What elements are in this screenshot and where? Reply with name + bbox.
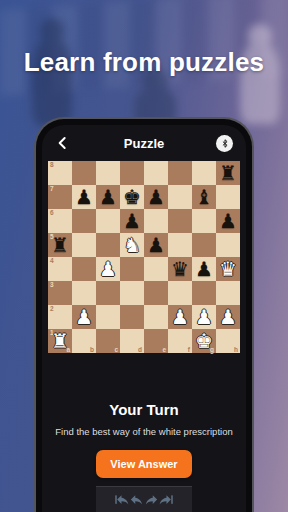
square-h4[interactable]: ♛: [216, 257, 240, 281]
app-screen: Puzzle 8♜7♟♟♚♟♝6♟♟5♜♞♟4♟♛♟♛32♟♟♟♟1a♜bcde…: [42, 125, 246, 512]
black-pawn[interactable]: ♟: [96, 185, 120, 209]
square-d2[interactable]: [120, 305, 144, 329]
black-pawn[interactable]: ♟: [144, 233, 168, 257]
white-pawn[interactable]: ♟: [216, 305, 240, 329]
square-d1[interactable]: d: [120, 329, 144, 353]
square-c8[interactable]: [96, 161, 120, 185]
white-pawn[interactable]: ♟: [168, 305, 192, 329]
status-subtitle: Find the best way of the white prescript…: [45, 426, 242, 437]
square-h3[interactable]: [216, 281, 240, 305]
square-e5[interactable]: ♟: [144, 233, 168, 257]
black-pawn[interactable]: ♟: [192, 257, 216, 281]
step-back-icon: [129, 492, 144, 507]
square-d3[interactable]: [120, 281, 144, 305]
file-label: d: [138, 346, 142, 353]
square-b2[interactable]: ♟: [72, 305, 96, 329]
step-back-button[interactable]: [129, 492, 144, 507]
square-d8[interactable]: [120, 161, 144, 185]
square-e1[interactable]: e: [144, 329, 168, 353]
square-h5[interactable]: [216, 233, 240, 257]
square-g4[interactable]: ♟: [192, 257, 216, 281]
square-b6[interactable]: [72, 209, 96, 233]
white-pawn[interactable]: ♟: [96, 257, 120, 281]
white-king[interactable]: ♚: [192, 329, 216, 353]
square-g2[interactable]: ♟: [192, 305, 216, 329]
square-d7[interactable]: ♚: [120, 185, 144, 209]
file-label: b: [90, 346, 94, 353]
square-a4[interactable]: 4: [48, 257, 72, 281]
rank-label: 7: [50, 185, 54, 192]
square-b4[interactable]: [72, 257, 96, 281]
square-a3[interactable]: 3: [48, 281, 72, 305]
square-e2[interactable]: [144, 305, 168, 329]
square-a1[interactable]: 1a♜: [48, 329, 72, 353]
square-d5[interactable]: ♞: [120, 233, 144, 257]
square-c2[interactable]: [96, 305, 120, 329]
square-b7[interactable]: ♟: [72, 185, 96, 209]
white-pawn[interactable]: ♟: [72, 305, 96, 329]
square-a2[interactable]: 2: [48, 305, 72, 329]
square-g5[interactable]: [192, 233, 216, 257]
square-h7[interactable]: [216, 185, 240, 209]
file-label: c: [114, 346, 118, 353]
rank-label: 6: [50, 209, 54, 216]
square-b8[interactable]: [72, 161, 96, 185]
black-king[interactable]: ♚: [120, 185, 144, 209]
status-title: Your Turn: [109, 401, 178, 418]
square-g3[interactable]: [192, 281, 216, 305]
square-b1[interactable]: b: [72, 329, 96, 353]
black-pawn[interactable]: ♟: [120, 209, 144, 233]
skip-to-end-icon: [159, 492, 174, 507]
square-e4[interactable]: [144, 257, 168, 281]
square-e7[interactable]: ♟: [144, 185, 168, 209]
square-c4[interactable]: ♟: [96, 257, 120, 281]
skip-to-start-button[interactable]: [114, 492, 129, 507]
black-rook[interactable]: ♜: [48, 233, 72, 257]
black-bishop[interactable]: ♝: [192, 185, 216, 209]
hero-title: Learn from puzzles: [0, 47, 288, 78]
app-header: Puzzle: [42, 125, 246, 161]
square-d6[interactable]: ♟: [120, 209, 144, 233]
rank-label: 4: [50, 257, 54, 264]
square-f7[interactable]: [168, 185, 192, 209]
file-label: e: [162, 346, 166, 353]
square-c5[interactable]: [96, 233, 120, 257]
square-f5[interactable]: [168, 233, 192, 257]
square-b3[interactable]: [72, 281, 96, 305]
square-g1[interactable]: g♚: [192, 329, 216, 353]
square-g6[interactable]: [192, 209, 216, 233]
square-e6[interactable]: [144, 209, 168, 233]
white-queen[interactable]: ♛: [216, 257, 240, 281]
white-rook[interactable]: ♜: [48, 329, 72, 353]
skip-to-end-button[interactable]: [159, 492, 174, 507]
square-a7[interactable]: 7: [48, 185, 72, 209]
white-knight[interactable]: ♞: [120, 233, 144, 257]
square-a5[interactable]: 5♜: [48, 233, 72, 257]
back-button[interactable]: [55, 133, 75, 153]
file-label: h: [234, 346, 238, 353]
chevron-left-icon: [55, 135, 71, 151]
step-forward-button[interactable]: [144, 492, 159, 507]
chess-board: 8♜7♟♟♚♟♝6♟♟5♜♞♟4♟♛♟♛32♟♟♟♟1a♜bcdefg♚h: [48, 161, 240, 353]
square-d4[interactable]: [120, 257, 144, 281]
square-f3[interactable]: [168, 281, 192, 305]
rank-label: 2: [50, 305, 54, 312]
square-c3[interactable]: [96, 281, 120, 305]
black-pawn[interactable]: ♟: [72, 185, 96, 209]
square-c7[interactable]: ♟: [96, 185, 120, 209]
square-h8[interactable]: ♜: [216, 161, 240, 185]
file-label: f: [188, 346, 190, 353]
square-b5[interactable]: [72, 233, 96, 257]
square-c1[interactable]: c: [96, 329, 120, 353]
move-navigation-bar: [96, 486, 192, 512]
square-f6[interactable]: [168, 209, 192, 233]
square-a8[interactable]: 8: [48, 161, 72, 185]
step-forward-icon: [144, 492, 159, 507]
square-f4[interactable]: ♛: [168, 257, 192, 281]
square-h2[interactable]: ♟: [216, 305, 240, 329]
square-h1[interactable]: h: [216, 329, 240, 353]
black-queen[interactable]: ♛: [168, 257, 192, 281]
black-pawn[interactable]: ♟: [216, 209, 240, 233]
puzzle-panel: Your Turn Find the best way of the white…: [42, 353, 246, 512]
square-h6[interactable]: ♟: [216, 209, 240, 233]
square-f2[interactable]: ♟: [168, 305, 192, 329]
rank-label: 8: [50, 161, 54, 168]
square-e3[interactable]: [144, 281, 168, 305]
square-e8[interactable]: [144, 161, 168, 185]
bluetooth-icon[interactable]: [216, 135, 233, 152]
square-c6[interactable]: [96, 209, 120, 233]
black-rook[interactable]: ♜: [216, 161, 240, 185]
square-g8[interactable]: [192, 161, 216, 185]
white-pawn[interactable]: ♟: [192, 305, 216, 329]
square-f8[interactable]: [168, 161, 192, 185]
view-answer-button[interactable]: View Answer: [96, 450, 191, 478]
black-pawn[interactable]: ♟: [144, 185, 168, 209]
square-a6[interactable]: 6: [48, 209, 72, 233]
square-f1[interactable]: f: [168, 329, 192, 353]
square-g7[interactable]: ♝: [192, 185, 216, 209]
skip-to-start-icon: [114, 492, 129, 507]
rank-label: 3: [50, 281, 54, 288]
phone-mockup: Puzzle 8♜7♟♟♚♟♝6♟♟5♜♞♟4♟♛♟♛32♟♟♟♟1a♜bcde…: [34, 117, 254, 512]
